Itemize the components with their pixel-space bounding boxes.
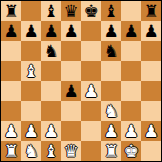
square-c7[interactable]: ♟ [41, 21, 61, 41]
square-a5[interactable] [1, 61, 21, 81]
white-pawn-icon[interactable]: ♟ [43, 121, 58, 141]
square-e2[interactable] [81, 121, 101, 141]
square-b5[interactable]: ♝ [21, 61, 41, 81]
square-f7[interactable]: ♟ [101, 21, 121, 41]
white-knight-icon[interactable]: ♞ [23, 141, 38, 161]
square-g2[interactable]: ♟ [121, 121, 141, 141]
black-knight-icon[interactable]: ♞ [43, 41, 58, 61]
square-f8[interactable]: ♝ [101, 1, 121, 21]
black-pawn-icon[interactable]: ♟ [3, 21, 18, 41]
square-h1[interactable] [141, 141, 161, 161]
white-pawn-icon[interactable]: ♟ [143, 121, 158, 141]
square-d8[interactable]: ♛ [61, 1, 81, 21]
black-bishop-icon[interactable]: ♝ [103, 1, 118, 21]
square-h3[interactable] [141, 101, 161, 121]
square-a7[interactable]: ♟ [1, 21, 21, 41]
black-king-icon[interactable]: ♚ [83, 1, 98, 21]
white-pawn-icon[interactable]: ♟ [83, 81, 98, 101]
square-e1[interactable] [81, 141, 101, 161]
black-pawn-icon[interactable]: ♟ [43, 21, 58, 41]
white-bishop-icon[interactable]: ♝ [43, 141, 58, 161]
square-c4[interactable] [41, 81, 61, 101]
square-f1[interactable]: ♜ [101, 141, 121, 161]
square-f4[interactable] [101, 81, 121, 101]
square-g8[interactable] [121, 1, 141, 21]
square-a8[interactable]: ♜ [1, 1, 21, 21]
black-pawn-icon[interactable]: ♟ [23, 21, 38, 41]
square-c6[interactable]: ♞ [41, 41, 61, 61]
square-g7[interactable]: ♟ [121, 21, 141, 41]
square-e3[interactable] [81, 101, 101, 121]
square-h5[interactable] [141, 61, 161, 81]
square-d1[interactable]: ♛ [61, 141, 81, 161]
square-c8[interactable]: ♝ [41, 1, 61, 21]
black-bishop-icon[interactable]: ♝ [43, 1, 58, 21]
square-f3[interactable]: ♞ [101, 101, 121, 121]
square-a6[interactable] [1, 41, 21, 61]
square-e6[interactable] [81, 41, 101, 61]
white-knight-icon[interactable]: ♞ [103, 101, 118, 121]
square-a1[interactable]: ♜ [1, 141, 21, 161]
square-d5[interactable] [61, 61, 81, 81]
black-knight-icon[interactable]: ♞ [103, 41, 118, 61]
square-g5[interactable] [121, 61, 141, 81]
white-queen-icon[interactable]: ♛ [63, 141, 78, 161]
square-h8[interactable]: ♜ [141, 1, 161, 21]
black-queen-icon[interactable]: ♛ [63, 1, 78, 21]
square-d4[interactable]: ♟ [61, 81, 81, 101]
white-pawn-icon[interactable]: ♟ [23, 121, 38, 141]
white-rook-icon[interactable]: ♜ [103, 141, 118, 161]
black-pawn-icon[interactable]: ♟ [63, 81, 78, 101]
square-e5[interactable] [81, 61, 101, 81]
square-a4[interactable] [1, 81, 21, 101]
white-pawn-icon[interactable]: ♟ [3, 121, 18, 141]
square-b8[interactable] [21, 1, 41, 21]
black-pawn-icon[interactable]: ♟ [143, 21, 158, 41]
square-h7[interactable]: ♟ [141, 21, 161, 41]
square-c2[interactable]: ♟ [41, 121, 61, 141]
square-h4[interactable] [141, 81, 161, 101]
square-f5[interactable] [101, 61, 121, 81]
white-king-icon[interactable]: ♚ [123, 141, 138, 161]
square-b6[interactable] [21, 41, 41, 61]
black-pawn-icon[interactable]: ♟ [63, 21, 78, 41]
square-a2[interactable]: ♟ [1, 121, 21, 141]
white-pawn-icon[interactable]: ♟ [123, 121, 138, 141]
square-b4[interactable] [21, 81, 41, 101]
square-b7[interactable]: ♟ [21, 21, 41, 41]
square-g6[interactable] [121, 41, 141, 61]
square-c3[interactable] [41, 101, 61, 121]
square-a3[interactable] [1, 101, 21, 121]
square-g1[interactable]: ♚ [121, 141, 141, 161]
square-h2[interactable]: ♟ [141, 121, 161, 141]
square-f6[interactable]: ♞ [101, 41, 121, 61]
black-pawn-icon[interactable]: ♟ [103, 21, 118, 41]
square-d6[interactable] [61, 41, 81, 61]
square-h6[interactable] [141, 41, 161, 61]
chess-board: ♜♝♛♚♝♜♟♟♟♟♟♟♟♞♞♝♟♟♞♟♟♟♟♟♟♜♞♝♛♜♚ [0, 0, 162, 162]
square-d2[interactable] [61, 121, 81, 141]
white-pawn-icon[interactable]: ♟ [103, 121, 118, 141]
square-g4[interactable] [121, 81, 141, 101]
square-e4[interactable]: ♟ [81, 81, 101, 101]
square-e8[interactable]: ♚ [81, 1, 101, 21]
square-b2[interactable]: ♟ [21, 121, 41, 141]
white-bishop-icon[interactable]: ♝ [23, 61, 38, 81]
square-e7[interactable] [81, 21, 101, 41]
square-b3[interactable] [21, 101, 41, 121]
square-d3[interactable] [61, 101, 81, 121]
black-rook-icon[interactable]: ♜ [143, 1, 158, 21]
square-c5[interactable] [41, 61, 61, 81]
square-b1[interactable]: ♞ [21, 141, 41, 161]
square-d7[interactable]: ♟ [61, 21, 81, 41]
square-c1[interactable]: ♝ [41, 141, 61, 161]
square-f2[interactable]: ♟ [101, 121, 121, 141]
black-pawn-icon[interactable]: ♟ [123, 21, 138, 41]
square-g3[interactable] [121, 101, 141, 121]
white-rook-icon[interactable]: ♜ [3, 141, 18, 161]
black-rook-icon[interactable]: ♜ [3, 1, 18, 21]
